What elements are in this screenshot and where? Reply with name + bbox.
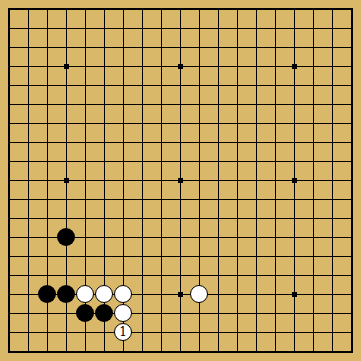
intersection-h3[interactable] [133, 304, 152, 323]
intersection-p4[interactable] [266, 285, 285, 304]
intersection-p9[interactable] [266, 190, 285, 209]
intersection-t17[interactable] [342, 38, 361, 57]
intersection-t5[interactable] [342, 266, 361, 285]
intersection-a9[interactable] [0, 190, 19, 209]
intersection-a3[interactable] [0, 304, 19, 323]
intersection-s12[interactable] [323, 133, 342, 152]
intersection-n3[interactable] [228, 304, 247, 323]
intersection-j9[interactable] [152, 190, 171, 209]
intersection-c12[interactable] [38, 133, 57, 152]
intersection-k17[interactable] [171, 38, 190, 57]
intersection-p19[interactable] [266, 0, 285, 19]
intersection-a16[interactable] [0, 57, 19, 76]
intersection-d17[interactable] [57, 38, 76, 57]
intersection-r16[interactable] [304, 57, 323, 76]
intersection-l11[interactable] [190, 152, 209, 171]
intersection-r4[interactable] [304, 285, 323, 304]
intersection-j17[interactable] [152, 38, 171, 57]
intersection-c16[interactable] [38, 57, 57, 76]
intersection-l4[interactable] [190, 285, 209, 304]
intersection-p5[interactable] [266, 266, 285, 285]
intersection-n12[interactable] [228, 133, 247, 152]
intersection-c7[interactable] [38, 228, 57, 247]
intersection-f10[interactable] [95, 171, 114, 190]
intersection-g1[interactable] [114, 342, 133, 361]
intersection-b1[interactable] [19, 342, 38, 361]
intersection-t6[interactable] [342, 247, 361, 266]
intersection-o16[interactable] [247, 57, 266, 76]
intersection-n16[interactable] [228, 57, 247, 76]
intersection-o11[interactable] [247, 152, 266, 171]
intersection-d14[interactable] [57, 95, 76, 114]
intersection-c18[interactable] [38, 19, 57, 38]
intersection-q7[interactable] [285, 228, 304, 247]
intersection-n18[interactable] [228, 19, 247, 38]
intersection-c17[interactable] [38, 38, 57, 57]
intersection-a2[interactable] [0, 323, 19, 342]
intersection-c15[interactable] [38, 76, 57, 95]
intersection-q12[interactable] [285, 133, 304, 152]
intersection-j5[interactable] [152, 266, 171, 285]
intersection-n19[interactable] [228, 0, 247, 19]
intersection-h8[interactable] [133, 209, 152, 228]
intersection-p10[interactable] [266, 171, 285, 190]
intersection-j6[interactable] [152, 247, 171, 266]
intersection-g3[interactable] [114, 304, 133, 323]
intersection-d19[interactable] [57, 0, 76, 19]
intersection-h17[interactable] [133, 38, 152, 57]
intersection-o1[interactable] [247, 342, 266, 361]
intersection-b12[interactable] [19, 133, 38, 152]
intersection-q14[interactable] [285, 95, 304, 114]
intersection-q8[interactable] [285, 209, 304, 228]
intersection-r2[interactable] [304, 323, 323, 342]
intersection-s15[interactable] [323, 76, 342, 95]
intersection-o18[interactable] [247, 19, 266, 38]
intersection-c2[interactable] [38, 323, 57, 342]
intersection-e13[interactable] [76, 114, 95, 133]
intersection-g7[interactable] [114, 228, 133, 247]
intersection-s2[interactable] [323, 323, 342, 342]
intersection-m9[interactable] [209, 190, 228, 209]
intersection-t16[interactable] [342, 57, 361, 76]
intersection-q5[interactable] [285, 266, 304, 285]
intersection-e3[interactable] [76, 304, 95, 323]
intersection-k18[interactable] [171, 19, 190, 38]
intersection-a10[interactable] [0, 171, 19, 190]
intersection-m19[interactable] [209, 0, 228, 19]
intersection-s9[interactable] [323, 190, 342, 209]
intersection-p1[interactable] [266, 342, 285, 361]
intersection-r13[interactable] [304, 114, 323, 133]
intersection-h5[interactable] [133, 266, 152, 285]
intersection-j16[interactable] [152, 57, 171, 76]
intersection-d16[interactable] [57, 57, 76, 76]
intersection-t13[interactable] [342, 114, 361, 133]
intersection-t11[interactable] [342, 152, 361, 171]
intersection-b19[interactable] [19, 0, 38, 19]
intersection-m7[interactable] [209, 228, 228, 247]
intersection-g13[interactable] [114, 114, 133, 133]
intersection-a6[interactable] [0, 247, 19, 266]
intersection-q17[interactable] [285, 38, 304, 57]
intersection-d15[interactable] [57, 76, 76, 95]
intersection-l18[interactable] [190, 19, 209, 38]
intersection-g12[interactable] [114, 133, 133, 152]
intersection-o4[interactable] [247, 285, 266, 304]
intersection-f8[interactable] [95, 209, 114, 228]
intersection-h11[interactable] [133, 152, 152, 171]
intersection-n17[interactable] [228, 38, 247, 57]
intersection-t19[interactable] [342, 0, 361, 19]
intersection-a11[interactable] [0, 152, 19, 171]
intersection-p16[interactable] [266, 57, 285, 76]
intersection-d3[interactable] [57, 304, 76, 323]
intersection-f19[interactable] [95, 0, 114, 19]
intersection-g8[interactable] [114, 209, 133, 228]
intersection-o15[interactable] [247, 76, 266, 95]
intersection-a4[interactable] [0, 285, 19, 304]
intersection-b13[interactable] [19, 114, 38, 133]
intersection-o8[interactable] [247, 209, 266, 228]
intersection-k2[interactable] [171, 323, 190, 342]
intersection-o12[interactable] [247, 133, 266, 152]
intersection-s14[interactable] [323, 95, 342, 114]
intersection-j13[interactable] [152, 114, 171, 133]
intersection-h12[interactable] [133, 133, 152, 152]
intersection-b4[interactable] [19, 285, 38, 304]
intersection-b11[interactable] [19, 152, 38, 171]
intersection-c10[interactable] [38, 171, 57, 190]
intersection-r3[interactable] [304, 304, 323, 323]
intersection-h16[interactable] [133, 57, 152, 76]
intersection-d11[interactable] [57, 152, 76, 171]
intersection-t7[interactable] [342, 228, 361, 247]
intersection-c5[interactable] [38, 266, 57, 285]
intersection-t3[interactable] [342, 304, 361, 323]
intersection-d8[interactable] [57, 209, 76, 228]
intersection-g14[interactable] [114, 95, 133, 114]
intersection-f1[interactable] [95, 342, 114, 361]
intersection-p2[interactable] [266, 323, 285, 342]
intersection-p11[interactable] [266, 152, 285, 171]
intersection-l15[interactable] [190, 76, 209, 95]
intersection-r19[interactable] [304, 0, 323, 19]
intersection-q3[interactable] [285, 304, 304, 323]
intersection-l10[interactable] [190, 171, 209, 190]
intersection-q10[interactable] [285, 171, 304, 190]
intersection-m18[interactable] [209, 19, 228, 38]
intersection-f6[interactable] [95, 247, 114, 266]
intersection-p15[interactable] [266, 76, 285, 95]
intersection-e11[interactable] [76, 152, 95, 171]
intersection-k9[interactable] [171, 190, 190, 209]
intersection-f12[interactable] [95, 133, 114, 152]
intersection-g5[interactable] [114, 266, 133, 285]
intersection-h19[interactable] [133, 0, 152, 19]
intersection-t2[interactable] [342, 323, 361, 342]
intersection-g17[interactable] [114, 38, 133, 57]
intersection-c14[interactable] [38, 95, 57, 114]
intersection-d2[interactable] [57, 323, 76, 342]
intersection-t12[interactable] [342, 133, 361, 152]
intersection-f13[interactable] [95, 114, 114, 133]
intersection-m8[interactable] [209, 209, 228, 228]
intersection-b2[interactable] [19, 323, 38, 342]
intersection-f15[interactable] [95, 76, 114, 95]
intersection-h4[interactable] [133, 285, 152, 304]
intersection-d10[interactable] [57, 171, 76, 190]
intersection-e18[interactable] [76, 19, 95, 38]
intersection-a7[interactable] [0, 228, 19, 247]
intersection-s6[interactable] [323, 247, 342, 266]
intersection-b8[interactable] [19, 209, 38, 228]
intersection-k16[interactable] [171, 57, 190, 76]
intersection-m17[interactable] [209, 38, 228, 57]
intersection-g9[interactable] [114, 190, 133, 209]
intersection-o5[interactable] [247, 266, 266, 285]
intersection-e9[interactable] [76, 190, 95, 209]
intersection-k3[interactable] [171, 304, 190, 323]
intersection-n7[interactable] [228, 228, 247, 247]
intersection-p17[interactable] [266, 38, 285, 57]
intersection-b14[interactable] [19, 95, 38, 114]
intersection-s4[interactable] [323, 285, 342, 304]
intersection-c3[interactable] [38, 304, 57, 323]
intersection-m15[interactable] [209, 76, 228, 95]
intersection-h13[interactable] [133, 114, 152, 133]
intersection-f3[interactable] [95, 304, 114, 323]
intersection-s7[interactable] [323, 228, 342, 247]
intersection-g19[interactable] [114, 0, 133, 19]
intersection-a18[interactable] [0, 19, 19, 38]
intersection-e1[interactable] [76, 342, 95, 361]
intersection-q1[interactable] [285, 342, 304, 361]
intersection-h1[interactable] [133, 342, 152, 361]
intersection-d12[interactable] [57, 133, 76, 152]
intersection-s16[interactable] [323, 57, 342, 76]
intersection-h9[interactable] [133, 190, 152, 209]
intersection-m11[interactable] [209, 152, 228, 171]
intersection-n11[interactable] [228, 152, 247, 171]
intersection-f17[interactable] [95, 38, 114, 57]
intersection-b7[interactable] [19, 228, 38, 247]
intersection-e8[interactable] [76, 209, 95, 228]
intersection-f9[interactable] [95, 190, 114, 209]
intersection-f16[interactable] [95, 57, 114, 76]
intersection-q6[interactable] [285, 247, 304, 266]
intersection-c1[interactable] [38, 342, 57, 361]
intersection-j1[interactable] [152, 342, 171, 361]
intersection-q16[interactable] [285, 57, 304, 76]
intersection-c4[interactable] [38, 285, 57, 304]
intersection-n6[interactable] [228, 247, 247, 266]
intersection-c6[interactable] [38, 247, 57, 266]
intersection-o10[interactable] [247, 171, 266, 190]
intersection-p3[interactable] [266, 304, 285, 323]
intersection-l19[interactable] [190, 0, 209, 19]
intersection-q9[interactable] [285, 190, 304, 209]
intersection-o13[interactable] [247, 114, 266, 133]
intersection-l14[interactable] [190, 95, 209, 114]
intersection-k19[interactable] [171, 0, 190, 19]
intersection-k15[interactable] [171, 76, 190, 95]
intersection-s3[interactable] [323, 304, 342, 323]
intersection-g16[interactable] [114, 57, 133, 76]
intersection-r11[interactable] [304, 152, 323, 171]
intersection-r1[interactable] [304, 342, 323, 361]
intersection-h10[interactable] [133, 171, 152, 190]
intersection-n14[interactable] [228, 95, 247, 114]
intersection-o6[interactable] [247, 247, 266, 266]
intersection-r6[interactable] [304, 247, 323, 266]
intersection-k13[interactable] [171, 114, 190, 133]
intersection-e5[interactable] [76, 266, 95, 285]
intersection-g18[interactable] [114, 19, 133, 38]
intersection-s19[interactable] [323, 0, 342, 19]
intersection-m3[interactable] [209, 304, 228, 323]
intersection-j12[interactable] [152, 133, 171, 152]
intersection-t9[interactable] [342, 190, 361, 209]
intersection-r5[interactable] [304, 266, 323, 285]
intersection-o17[interactable] [247, 38, 266, 57]
intersection-m16[interactable] [209, 57, 228, 76]
intersection-t15[interactable] [342, 76, 361, 95]
intersection-p8[interactable] [266, 209, 285, 228]
intersection-q15[interactable] [285, 76, 304, 95]
intersection-b9[interactable] [19, 190, 38, 209]
intersection-j3[interactable] [152, 304, 171, 323]
intersection-h6[interactable] [133, 247, 152, 266]
intersection-f14[interactable] [95, 95, 114, 114]
intersection-t14[interactable] [342, 95, 361, 114]
intersection-r7[interactable] [304, 228, 323, 247]
intersection-k12[interactable] [171, 133, 190, 152]
intersection-c19[interactable] [38, 0, 57, 19]
intersection-s11[interactable] [323, 152, 342, 171]
intersection-q11[interactable] [285, 152, 304, 171]
intersection-s10[interactable] [323, 171, 342, 190]
intersection-d9[interactable] [57, 190, 76, 209]
intersection-j4[interactable] [152, 285, 171, 304]
intersection-s17[interactable] [323, 38, 342, 57]
intersection-t1[interactable] [342, 342, 361, 361]
intersection-c11[interactable] [38, 152, 57, 171]
intersection-m12[interactable] [209, 133, 228, 152]
intersection-l7[interactable] [190, 228, 209, 247]
intersection-a1[interactable] [0, 342, 19, 361]
intersection-r14[interactable] [304, 95, 323, 114]
intersection-p18[interactable] [266, 19, 285, 38]
intersection-k14[interactable] [171, 95, 190, 114]
intersection-n15[interactable] [228, 76, 247, 95]
intersection-o9[interactable] [247, 190, 266, 209]
intersection-m4[interactable] [209, 285, 228, 304]
intersection-g6[interactable] [114, 247, 133, 266]
intersection-t4[interactable] [342, 285, 361, 304]
intersection-e15[interactable] [76, 76, 95, 95]
intersection-n10[interactable] [228, 171, 247, 190]
intersection-o2[interactable] [247, 323, 266, 342]
intersection-d5[interactable] [57, 266, 76, 285]
intersection-a12[interactable] [0, 133, 19, 152]
intersection-r18[interactable] [304, 19, 323, 38]
intersection-b3[interactable] [19, 304, 38, 323]
intersection-f7[interactable] [95, 228, 114, 247]
intersection-f4[interactable] [95, 285, 114, 304]
intersection-m5[interactable] [209, 266, 228, 285]
intersection-r8[interactable] [304, 209, 323, 228]
intersection-n5[interactable] [228, 266, 247, 285]
intersection-b17[interactable] [19, 38, 38, 57]
intersection-j15[interactable] [152, 76, 171, 95]
intersection-h2[interactable] [133, 323, 152, 342]
intersection-j11[interactable] [152, 152, 171, 171]
intersection-q2[interactable] [285, 323, 304, 342]
intersection-t10[interactable] [342, 171, 361, 190]
intersection-p14[interactable] [266, 95, 285, 114]
intersection-q18[interactable] [285, 19, 304, 38]
intersection-a14[interactable] [0, 95, 19, 114]
intersection-n4[interactable] [228, 285, 247, 304]
intersection-e14[interactable] [76, 95, 95, 114]
intersection-k5[interactable] [171, 266, 190, 285]
intersection-p6[interactable] [266, 247, 285, 266]
intersection-e16[interactable] [76, 57, 95, 76]
intersection-l6[interactable] [190, 247, 209, 266]
intersection-t8[interactable] [342, 209, 361, 228]
intersection-n2[interactable] [228, 323, 247, 342]
intersection-a17[interactable] [0, 38, 19, 57]
intersection-k6[interactable] [171, 247, 190, 266]
intersection-e17[interactable] [76, 38, 95, 57]
intersection-q13[interactable] [285, 114, 304, 133]
intersection-e12[interactable] [76, 133, 95, 152]
intersection-h7[interactable] [133, 228, 152, 247]
intersection-s13[interactable] [323, 114, 342, 133]
intersection-b15[interactable] [19, 76, 38, 95]
intersection-j14[interactable] [152, 95, 171, 114]
intersection-l8[interactable] [190, 209, 209, 228]
intersection-l13[interactable] [190, 114, 209, 133]
intersection-n13[interactable] [228, 114, 247, 133]
intersection-o19[interactable] [247, 0, 266, 19]
intersection-a19[interactable] [0, 0, 19, 19]
intersection-d4[interactable] [57, 285, 76, 304]
intersection-g15[interactable] [114, 76, 133, 95]
intersection-j2[interactable] [152, 323, 171, 342]
intersection-e19[interactable] [76, 0, 95, 19]
intersection-k10[interactable] [171, 171, 190, 190]
intersection-j10[interactable] [152, 171, 171, 190]
intersection-h18[interactable] [133, 19, 152, 38]
intersection-n1[interactable] [228, 342, 247, 361]
intersection-b16[interactable] [19, 57, 38, 76]
intersection-j7[interactable] [152, 228, 171, 247]
intersection-k1[interactable] [171, 342, 190, 361]
intersection-f18[interactable] [95, 19, 114, 38]
intersection-t18[interactable] [342, 19, 361, 38]
intersection-m2[interactable] [209, 323, 228, 342]
intersection-r17[interactable] [304, 38, 323, 57]
intersection-l5[interactable] [190, 266, 209, 285]
intersection-a13[interactable] [0, 114, 19, 133]
intersection-e6[interactable] [76, 247, 95, 266]
intersection-m13[interactable] [209, 114, 228, 133]
intersection-o14[interactable] [247, 95, 266, 114]
intersection-p12[interactable] [266, 133, 285, 152]
intersection-k7[interactable] [171, 228, 190, 247]
